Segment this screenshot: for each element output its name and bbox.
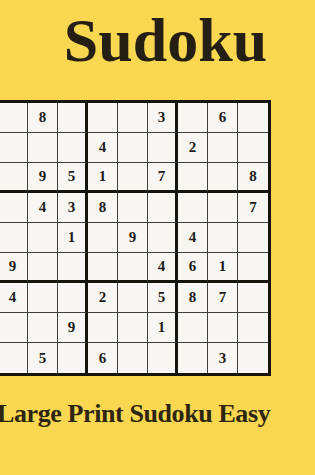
sudoku-cell-r4c1 (0, 193, 28, 223)
sudoku-cell-r5c1 (0, 223, 28, 253)
sudoku-cell-r7c9 (238, 283, 268, 313)
sudoku-cell-r7c8: 7 (208, 283, 238, 313)
sudoku-cell-r9c5 (118, 343, 148, 373)
sudoku-cell-r7c2 (28, 283, 58, 313)
sudoku-cell-r8c9 (238, 313, 268, 343)
sudoku-cell-r3c8 (208, 163, 238, 193)
sudoku-cell-r9c6 (148, 343, 178, 373)
sudoku-cell-r6c6: 4 (148, 253, 178, 283)
sudoku-cell-r1c4 (88, 103, 118, 133)
sudoku-cell-r4c4: 8 (88, 193, 118, 223)
sudoku-cell-r8c5 (118, 313, 148, 343)
sudoku-cell-r9c7 (178, 343, 208, 373)
sudoku-cell-r8c8 (208, 313, 238, 343)
sudoku-cell-r7c6: 5 (148, 283, 178, 313)
sudoku-cell-r6c7: 6 (178, 253, 208, 283)
sudoku-cell-r8c7 (178, 313, 208, 343)
sudoku-cell-r1c9 (238, 103, 268, 133)
sudoku-cell-r6c9 (238, 253, 268, 283)
sudoku-cell-r2c1 (0, 133, 28, 163)
sudoku-cell-r1c2: 8 (28, 103, 58, 133)
book-title: Sudoku (0, 8, 315, 72)
sudoku-cell-r1c7 (178, 103, 208, 133)
sudoku-cell-r7c4: 2 (88, 283, 118, 313)
sudoku-cell-r4c2: 4 (28, 193, 58, 223)
sudoku-cell-r6c4 (88, 253, 118, 283)
sudoku-cell-r5c4 (88, 223, 118, 253)
sudoku-cell-r3c5 (118, 163, 148, 193)
sudoku-cell-r9c8: 3 (208, 343, 238, 373)
sudoku-cell-r3c6: 7 (148, 163, 178, 193)
sudoku-cell-r2c2 (28, 133, 58, 163)
sudoku-board: 8364295178438719494614258791563 (0, 100, 271, 376)
sudoku-cell-r3c4: 1 (88, 163, 118, 193)
sudoku-cell-r8c3: 9 (58, 313, 88, 343)
sudoku-cell-r6c5 (118, 253, 148, 283)
sudoku-cell-r7c1: 4 (0, 283, 28, 313)
sudoku-cell-r2c6 (148, 133, 178, 163)
sudoku-cell-r1c1 (0, 103, 28, 133)
sudoku-cell-r7c7: 8 (178, 283, 208, 313)
sudoku-cell-r7c3 (58, 283, 88, 313)
sudoku-cell-r1c8: 6 (208, 103, 238, 133)
sudoku-cell-r5c9 (238, 223, 268, 253)
sudoku-cell-r2c8 (208, 133, 238, 163)
sudoku-cell-r3c9: 8 (238, 163, 268, 193)
sudoku-cell-r9c3 (58, 343, 88, 373)
sudoku-cell-r2c7: 2 (178, 133, 208, 163)
sudoku-cell-r3c2: 9 (28, 163, 58, 193)
sudoku-cell-r3c1 (0, 163, 28, 193)
sudoku-cell-r8c1 (0, 313, 28, 343)
sudoku-cell-r9c1 (0, 343, 28, 373)
sudoku-cell-r6c1: 9 (0, 253, 28, 283)
sudoku-cell-r4c8 (208, 193, 238, 223)
sudoku-cell-r3c7 (178, 163, 208, 193)
sudoku-cell-r5c8 (208, 223, 238, 253)
sudoku-cell-r4c5 (118, 193, 148, 223)
sudoku-cell-r8c6: 1 (148, 313, 178, 343)
sudoku-cell-r9c2: 5 (28, 343, 58, 373)
sudoku-cell-r4c7 (178, 193, 208, 223)
book-subtitle: Large Print Sudoku Easy (0, 399, 270, 429)
sudoku-cell-r1c5 (118, 103, 148, 133)
sudoku-cell-r5c3: 1 (58, 223, 88, 253)
sudoku-cell-r8c2 (28, 313, 58, 343)
sudoku-cell-r9c4: 6 (88, 343, 118, 373)
sudoku-cell-r5c7: 4 (178, 223, 208, 253)
sudoku-cell-r6c8: 1 (208, 253, 238, 283)
sudoku-cell-r8c4 (88, 313, 118, 343)
sudoku-cell-r1c3 (58, 103, 88, 133)
sudoku-cell-r5c6 (148, 223, 178, 253)
sudoku-cell-r4c9: 7 (238, 193, 268, 223)
sudoku-cell-r5c2 (28, 223, 58, 253)
sudoku-cell-r2c4: 4 (88, 133, 118, 163)
sudoku-cell-r1c6: 3 (148, 103, 178, 133)
sudoku-cell-r6c3 (58, 253, 88, 283)
sudoku-cell-r7c5 (118, 283, 148, 313)
sudoku-cell-r6c2 (28, 253, 58, 283)
sudoku-cell-r5c5: 9 (118, 223, 148, 253)
sudoku-cell-r2c9 (238, 133, 268, 163)
sudoku-cell-r4c3: 3 (58, 193, 88, 223)
sudoku-cell-r9c9 (238, 343, 268, 373)
sudoku-cell-r2c3 (58, 133, 88, 163)
sudoku-cell-r2c5 (118, 133, 148, 163)
sudoku-cell-r4c6 (148, 193, 178, 223)
sudoku-cell-r3c3: 5 (58, 163, 88, 193)
